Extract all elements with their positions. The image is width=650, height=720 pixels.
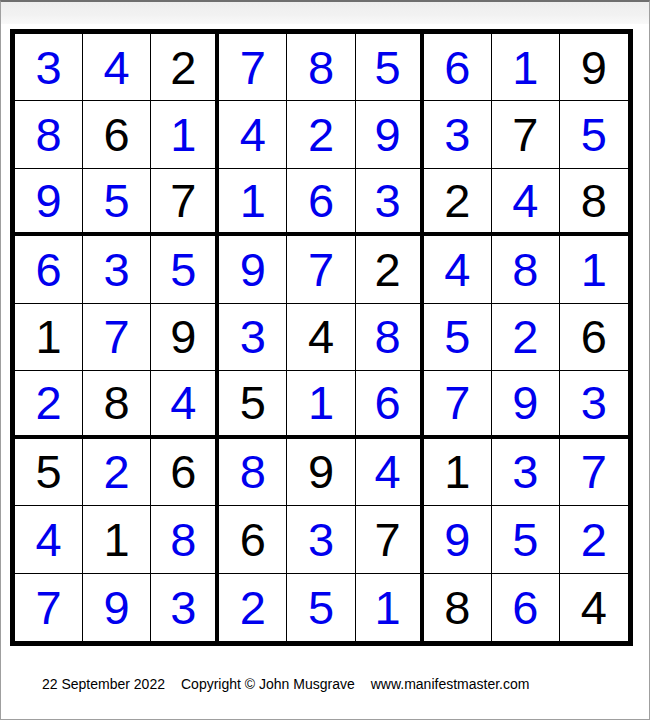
footer-website: www.manifestmaster.com (371, 676, 530, 692)
cell-r3c7-given: 2 (424, 169, 492, 236)
cell-r1c5-solved: 8 (287, 34, 355, 101)
cell-r9c9-given: 4 (560, 574, 628, 641)
cell-r6c1-solved: 2 (15, 371, 83, 438)
cell-r7c4-solved: 8 (219, 439, 287, 506)
cell-r2c6-solved: 9 (356, 101, 424, 168)
cell-r7c2-solved: 2 (83, 439, 151, 506)
cell-r6c4-given: 5 (219, 371, 287, 438)
cell-r7c1-given: 5 (15, 439, 83, 506)
cell-r1c9-given: 9 (560, 34, 628, 101)
cell-r2c5-solved: 2 (287, 101, 355, 168)
cell-r4c6-given: 2 (356, 236, 424, 303)
cell-r2c4-solved: 4 (219, 101, 287, 168)
sudoku-board: 3427856198614293759571632486359724811793… (10, 29, 633, 646)
cell-r4c5-solved: 7 (287, 236, 355, 303)
cell-r8c5-solved: 3 (287, 506, 355, 573)
cell-r5c8-solved: 2 (492, 304, 560, 371)
cell-r8c9-solved: 2 (560, 506, 628, 573)
cell-r1c4-solved: 7 (219, 34, 287, 101)
cell-r6c7-solved: 7 (424, 371, 492, 438)
cell-r2c3-solved: 1 (151, 101, 219, 168)
cell-r4c8-solved: 8 (492, 236, 560, 303)
cell-r5c2-solved: 7 (83, 304, 151, 371)
cell-r3c2-solved: 5 (83, 169, 151, 236)
cell-r3c3-given: 7 (151, 169, 219, 236)
cell-r4c1-solved: 6 (15, 236, 83, 303)
cell-r8c2-given: 1 (83, 506, 151, 573)
cell-r3c1-solved: 9 (15, 169, 83, 236)
cell-r3c8-solved: 4 (492, 169, 560, 236)
cell-r8c3-solved: 8 (151, 506, 219, 573)
cell-r4c3-solved: 5 (151, 236, 219, 303)
cell-r7c6-solved: 4 (356, 439, 424, 506)
cell-r8c7-solved: 9 (424, 506, 492, 573)
cell-r2c7-solved: 3 (424, 101, 492, 168)
cell-r3c4-solved: 1 (219, 169, 287, 236)
cell-r5c1-given: 1 (15, 304, 83, 371)
cell-r4c9-solved: 1 (560, 236, 628, 303)
cell-r8c8-solved: 5 (492, 506, 560, 573)
window-top-band (1, 2, 649, 24)
footer: 22 September 2022 Copyright © John Musgr… (42, 676, 529, 692)
cell-r6c3-solved: 4 (151, 371, 219, 438)
cell-r7c9-solved: 7 (560, 439, 628, 506)
cell-r3c9-given: 8 (560, 169, 628, 236)
cell-r7c8-solved: 3 (492, 439, 560, 506)
cell-r9c7-given: 8 (424, 574, 492, 641)
cell-r9c8-solved: 6 (492, 574, 560, 641)
cell-r1c3-given: 2 (151, 34, 219, 101)
cell-r7c7-given: 1 (424, 439, 492, 506)
cell-r2c2-given: 6 (83, 101, 151, 168)
cell-r8c6-given: 7 (356, 506, 424, 573)
cell-r6c6-solved: 6 (356, 371, 424, 438)
cell-r9c2-solved: 9 (83, 574, 151, 641)
cell-r9c6-solved: 1 (356, 574, 424, 641)
cell-r5c9-given: 6 (560, 304, 628, 371)
cell-r1c7-solved: 6 (424, 34, 492, 101)
cell-r6c2-given: 8 (83, 371, 151, 438)
cell-r8c1-solved: 4 (15, 506, 83, 573)
cell-r3c5-solved: 6 (287, 169, 355, 236)
cell-r9c5-solved: 5 (287, 574, 355, 641)
cell-r9c4-solved: 2 (219, 574, 287, 641)
cell-r5c3-given: 9 (151, 304, 219, 371)
cell-r4c7-solved: 4 (424, 236, 492, 303)
cell-r5c4-solved: 3 (219, 304, 287, 371)
cell-r5c7-solved: 5 (424, 304, 492, 371)
cell-r5c5-given: 4 (287, 304, 355, 371)
cell-r3c6-solved: 3 (356, 169, 424, 236)
cell-r2c1-solved: 8 (15, 101, 83, 168)
cell-r9c1-solved: 7 (15, 574, 83, 641)
cell-r2c8-given: 7 (492, 101, 560, 168)
cell-r1c2-solved: 4 (83, 34, 151, 101)
cell-r4c4-solved: 9 (219, 236, 287, 303)
cell-r4c2-solved: 3 (83, 236, 151, 303)
footer-date: 22 September 2022 (42, 676, 165, 692)
footer-copyright: Copyright © John Musgrave (181, 676, 355, 692)
cell-r7c3-given: 6 (151, 439, 219, 506)
cell-r9c3-solved: 3 (151, 574, 219, 641)
cell-r1c6-solved: 5 (356, 34, 424, 101)
cell-r8c4-given: 6 (219, 506, 287, 573)
cell-r6c8-solved: 9 (492, 371, 560, 438)
cell-r1c1-solved: 3 (15, 34, 83, 101)
cell-r6c9-solved: 3 (560, 371, 628, 438)
cell-r6c5-solved: 1 (287, 371, 355, 438)
cell-r2c9-solved: 5 (560, 101, 628, 168)
cell-r7c5-given: 9 (287, 439, 355, 506)
cell-r1c8-solved: 1 (492, 34, 560, 101)
cell-r5c6-solved: 8 (356, 304, 424, 371)
